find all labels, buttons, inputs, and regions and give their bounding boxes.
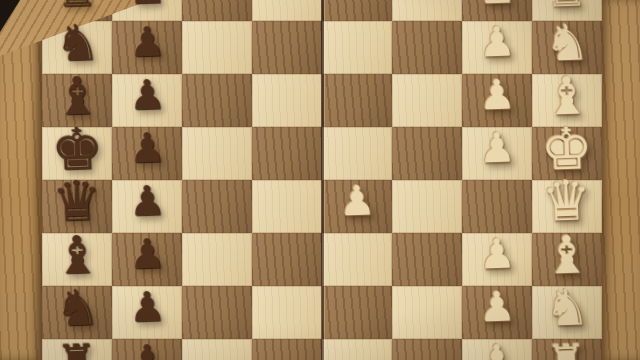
square-a3 <box>392 339 462 360</box>
board-hinge-fold <box>321 0 324 360</box>
board-frame-right <box>600 0 640 360</box>
piece-wP-d4: ♟ <box>338 180 376 222</box>
square-b7: ♟ <box>112 286 182 339</box>
board-frame-left <box>0 0 42 360</box>
piece-bB-c8: ♝ <box>53 228 101 282</box>
square-d7: ♟ <box>112 180 182 233</box>
square-g6 <box>182 21 252 74</box>
square-f3 <box>392 74 462 127</box>
piece-wP-h2: ♟ <box>478 0 516 11</box>
piece-bP-d7: ♟ <box>128 180 166 222</box>
piece-bN-g8: ♞ <box>54 17 101 69</box>
square-h4 <box>322 0 392 21</box>
piece-wP-g2: ♟ <box>478 21 516 63</box>
square-f4 <box>322 74 392 127</box>
piece-bP-h7: ♟ <box>128 0 166 11</box>
square-b1: ♞ <box>532 286 602 339</box>
square-b5 <box>252 286 322 339</box>
piece-bR-a8: ♜ <box>55 337 98 360</box>
piece-bP-e7: ♟ <box>128 127 166 169</box>
square-a6 <box>182 339 252 360</box>
square-e4 <box>322 127 392 180</box>
square-e5 <box>252 127 322 180</box>
piece-wN-b1: ♞ <box>544 282 591 334</box>
square-g3 <box>392 21 462 74</box>
piece-bQ-d8: ♛ <box>51 173 102 230</box>
square-g4 <box>322 21 392 74</box>
square-c4 <box>322 233 392 286</box>
square-d2 <box>462 180 532 233</box>
square-d3 <box>392 180 462 233</box>
square-e7: ♟ <box>112 127 182 180</box>
square-e6 <box>182 127 252 180</box>
square-c2: ♟ <box>462 233 532 286</box>
square-c3 <box>392 233 462 286</box>
chess-photo-frame: ♜♟♟♜♞♟♟♞♝♟♟♝♚♟♟♚♛♟♟♛♝♟♟♝♞♟♟♞♜♟♟♜ <box>0 0 640 360</box>
piece-wP-e2: ♟ <box>478 127 516 169</box>
square-c5 <box>252 233 322 286</box>
piece-bP-b7: ♟ <box>128 286 166 328</box>
square-b8: ♞ <box>42 286 112 339</box>
square-a5 <box>252 339 322 360</box>
piece-wP-c2: ♟ <box>478 233 516 275</box>
square-a8: ♜ <box>42 339 112 360</box>
piece-bN-b8: ♞ <box>54 282 101 334</box>
piece-wP-a2: ♟ <box>478 339 516 360</box>
piece-bP-c7: ♟ <box>128 233 166 275</box>
square-g7: ♟ <box>112 21 182 74</box>
piece-bR-h8: ♜ <box>55 0 98 13</box>
piece-wN-g1: ♞ <box>544 17 591 69</box>
square-d6 <box>182 180 252 233</box>
square-e2: ♟ <box>462 127 532 180</box>
piece-bP-a7: ♟ <box>128 339 166 360</box>
piece-bP-f7: ♟ <box>128 74 166 116</box>
piece-wR-h1: ♜ <box>545 0 588 13</box>
piece-wP-b2: ♟ <box>478 286 516 328</box>
square-a1: ♜ <box>532 339 602 360</box>
piece-wQ-d1: ♛ <box>541 173 592 230</box>
piece-wP-f2: ♟ <box>478 74 516 116</box>
square-c7: ♟ <box>112 233 182 286</box>
square-d5 <box>252 180 322 233</box>
square-a4 <box>322 339 392 360</box>
square-h6 <box>182 0 252 21</box>
square-a2: ♟ <box>462 339 532 360</box>
piece-bP-g7: ♟ <box>128 21 166 63</box>
square-f2: ♟ <box>462 74 532 127</box>
square-f7: ♟ <box>112 74 182 127</box>
piece-wB-c1: ♝ <box>543 228 591 282</box>
square-h3 <box>392 0 462 21</box>
square-c6 <box>182 233 252 286</box>
square-b3 <box>392 286 462 339</box>
square-g5 <box>252 21 322 74</box>
square-a7: ♟ <box>112 339 182 360</box>
square-f5 <box>252 74 322 127</box>
square-e3 <box>392 127 462 180</box>
square-d4: ♟ <box>322 180 392 233</box>
square-b2: ♟ <box>462 286 532 339</box>
square-b6 <box>182 286 252 339</box>
square-b4 <box>322 286 392 339</box>
square-h5 <box>252 0 322 21</box>
square-f6 <box>182 74 252 127</box>
square-g2: ♟ <box>462 21 532 74</box>
piece-wR-a1: ♜ <box>545 337 588 360</box>
